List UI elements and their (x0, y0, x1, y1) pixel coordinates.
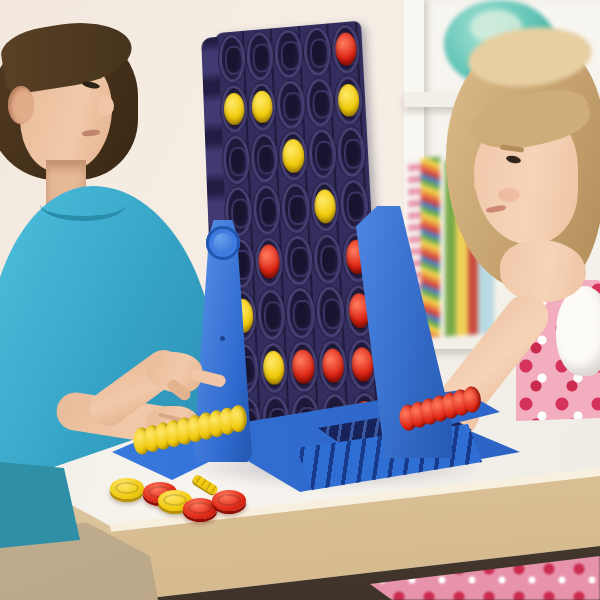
cell-r2c1[interactable] (220, 84, 248, 134)
cell-r1c4[interactable] (303, 26, 332, 76)
stand-emblem (206, 226, 240, 260)
cell-r4c2[interactable] (253, 184, 282, 235)
cell-r4c4[interactable] (310, 181, 340, 232)
girl-nose (474, 178, 487, 192)
cell-r3c4[interactable] (308, 129, 337, 180)
cell-r6c4[interactable] (315, 286, 345, 338)
stored-yellow-disc[interactable] (229, 405, 246, 432)
red-disc[interactable] (334, 32, 357, 66)
yellow-disc[interactable] (313, 189, 336, 224)
cell-r5c3[interactable] (284, 235, 313, 286)
cell-r2c5[interactable] (334, 75, 364, 126)
red-disc[interactable] (321, 348, 344, 383)
yellow-disc[interactable] (263, 350, 286, 385)
cell-r1c2[interactable] (246, 31, 274, 81)
yellow-disc[interactable] (223, 92, 245, 126)
cell-r5c4[interactable] (313, 233, 343, 284)
scene-photo (0, 0, 600, 600)
red-disc[interactable] (258, 244, 280, 279)
yellow-disc[interactable] (337, 83, 360, 118)
cell-r6c2[interactable] (257, 289, 286, 340)
boy-nose (98, 96, 114, 116)
boy-ear (8, 86, 34, 124)
cell-r4c3[interactable] (281, 182, 310, 233)
cell-r3c5[interactable] (336, 127, 366, 178)
cell-r3c2[interactable] (250, 133, 279, 183)
boy-shirt-collar (40, 188, 126, 221)
cell-r6c3[interactable] (286, 288, 316, 339)
loose-red[interactable] (212, 490, 246, 511)
cell-r7c4[interactable] (318, 340, 348, 392)
cell-r5c2[interactable] (255, 236, 284, 287)
red-disc[interactable] (292, 349, 315, 384)
cell-r7c2[interactable] (259, 342, 288, 393)
girl-cheek (498, 188, 520, 202)
yellow-disc[interactable] (251, 90, 273, 124)
girl-ruffle-sleeve (556, 286, 600, 376)
cell-r2c3[interactable] (277, 79, 306, 129)
cell-r2c4[interactable] (305, 77, 334, 127)
loose-yellow[interactable] (110, 478, 144, 499)
cell-r1c3[interactable] (274, 29, 303, 79)
girl-hand-on-chin (500, 240, 586, 302)
cell-r3c1[interactable] (222, 135, 250, 185)
stand-screw (220, 336, 225, 341)
cell-r3c3[interactable] (279, 131, 308, 182)
cell-r1c1[interactable] (218, 34, 246, 84)
cell-r7c3[interactable] (288, 341, 318, 393)
cell-r1c5[interactable] (331, 24, 360, 74)
yellow-disc[interactable] (282, 139, 304, 174)
red-disc[interactable] (351, 347, 375, 383)
cell-r2c2[interactable] (248, 82, 277, 132)
